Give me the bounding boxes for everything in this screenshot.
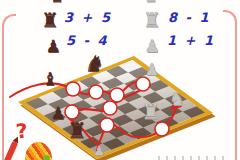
equation-black-rook-icon: ♜	[41, 10, 59, 30]
black-pawn: ♟	[50, 105, 65, 122]
answer-circle	[65, 105, 79, 119]
worksheet: ♛ ♛ ♜ 3 + 5 ♟ 5 - 4 ♜ 8 - 1 ♟ 1 + 1 ♞ ♝ …	[0, 0, 240, 160]
maze-path-overlay	[0, 0, 240, 160]
answer-circle	[155, 122, 169, 136]
equation-white-pawn-icon: ♟	[144, 38, 159, 55]
equation-black-pawn-icon: ♟	[45, 38, 60, 55]
black-knight: ♞	[85, 53, 105, 75]
answer-circle	[66, 82, 80, 96]
answer-circle	[136, 77, 150, 91]
white-pawn: ♟	[145, 62, 159, 78]
white-knight: ♞	[169, 90, 185, 108]
equation-white-rook-icon: ♜	[143, 10, 161, 30]
answer-circle	[100, 118, 114, 132]
black-bishop: ♝	[42, 70, 58, 88]
answer-circle	[89, 85, 103, 99]
white-rook: ♜	[142, 102, 161, 123]
answer-circle	[103, 101, 117, 115]
cropped-black-piece: ♛	[49, 0, 65, 5]
black-rook: ♜	[67, 120, 87, 142]
white-pawn-2: ♟	[93, 144, 105, 157]
cropped-white-piece: ♛	[143, 0, 159, 5]
answer-circle	[110, 88, 124, 102]
